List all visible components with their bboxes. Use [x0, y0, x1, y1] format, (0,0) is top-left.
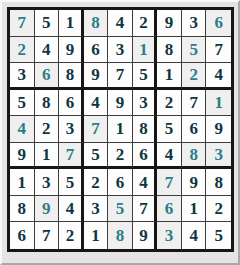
cell-r5c4[interactable]: 7: [84, 116, 109, 143]
cell-r8c7[interactable]: 6: [157, 196, 182, 223]
cell-r5c6[interactable]: 8: [133, 116, 158, 143]
cell-r1c7[interactable]: 9: [157, 10, 182, 37]
cell-r6c1[interactable]: 9: [10, 143, 35, 170]
cell-r8c4[interactable]: 3: [84, 196, 109, 223]
cell-r3c1[interactable]: 3: [10, 63, 35, 90]
cell-r9c5[interactable]: 8: [108, 222, 133, 249]
cell-r7c6[interactable]: 4: [133, 169, 158, 196]
app-window: 7518429362496318573689751245864932714237…: [0, 0, 240, 265]
cell-r2c1[interactable]: 2: [10, 37, 35, 64]
cell-r4c8[interactable]: 7: [182, 90, 207, 117]
cell-r7c5[interactable]: 6: [108, 169, 133, 196]
cell-r7c8[interactable]: 9: [182, 169, 207, 196]
cell-r3c2[interactable]: 6: [35, 63, 60, 90]
cell-r9c4[interactable]: 1: [84, 222, 109, 249]
cell-r6c3[interactable]: 7: [59, 143, 84, 170]
cell-r5c5[interactable]: 1: [108, 116, 133, 143]
cell-r9c9[interactable]: 5: [206, 222, 231, 249]
cell-r8c5[interactable]: 5: [108, 196, 133, 223]
cell-r5c7[interactable]: 5: [157, 116, 182, 143]
cell-r2c7[interactable]: 8: [157, 37, 182, 64]
cell-r8c2[interactable]: 9: [35, 196, 60, 223]
cell-r6c2[interactable]: 1: [35, 143, 60, 170]
cell-r7c2[interactable]: 3: [35, 169, 60, 196]
cell-r5c1[interactable]: 4: [10, 116, 35, 143]
cell-r4c6[interactable]: 3: [133, 90, 158, 117]
cell-r2c9[interactable]: 7: [206, 37, 231, 64]
cell-r1c4[interactable]: 8: [84, 10, 109, 37]
cell-r6c6[interactable]: 6: [133, 143, 158, 170]
cell-r3c7[interactable]: 1: [157, 63, 182, 90]
cell-r9c6[interactable]: 9: [133, 222, 158, 249]
cell-r3c3[interactable]: 8: [59, 63, 84, 90]
cell-r9c3[interactable]: 2: [59, 222, 84, 249]
cell-r5c9[interactable]: 9: [206, 116, 231, 143]
cell-r2c3[interactable]: 9: [59, 37, 84, 64]
cell-r1c8[interactable]: 3: [182, 10, 207, 37]
cell-r5c3[interactable]: 3: [59, 116, 84, 143]
cell-r6c4[interactable]: 5: [84, 143, 109, 170]
cell-r3c4[interactable]: 9: [84, 63, 109, 90]
cell-r4c3[interactable]: 6: [59, 90, 84, 117]
cell-r1c5[interactable]: 4: [108, 10, 133, 37]
cell-r8c3[interactable]: 4: [59, 196, 84, 223]
cell-r4c5[interactable]: 9: [108, 90, 133, 117]
cell-r1c2[interactable]: 5: [35, 10, 60, 37]
cell-r4c1[interactable]: 5: [10, 90, 35, 117]
cell-r2c5[interactable]: 3: [108, 37, 133, 64]
cell-r4c2[interactable]: 8: [35, 90, 60, 117]
cell-r2c8[interactable]: 5: [182, 37, 207, 64]
cell-r3c5[interactable]: 7: [108, 63, 133, 90]
cell-r7c4[interactable]: 2: [84, 169, 109, 196]
cell-r7c1[interactable]: 1: [10, 169, 35, 196]
cell-r9c1[interactable]: 6: [10, 222, 35, 249]
cell-r4c7[interactable]: 2: [157, 90, 182, 117]
cell-r9c8[interactable]: 4: [182, 222, 207, 249]
cell-r3c8[interactable]: 2: [182, 63, 207, 90]
cell-r4c4[interactable]: 4: [84, 90, 109, 117]
cell-r1c3[interactable]: 1: [59, 10, 84, 37]
cell-r9c7[interactable]: 3: [157, 222, 182, 249]
cell-r5c2[interactable]: 2: [35, 116, 60, 143]
cell-r9c2[interactable]: 7: [35, 222, 60, 249]
cell-r1c1[interactable]: 7: [10, 10, 35, 37]
cell-r7c9[interactable]: 8: [206, 169, 231, 196]
cell-r4c9[interactable]: 1: [206, 90, 231, 117]
cell-r1c9[interactable]: 6: [206, 10, 231, 37]
cell-r6c5[interactable]: 2: [108, 143, 133, 170]
cell-r5c8[interactable]: 6: [182, 116, 207, 143]
cell-r1c6[interactable]: 2: [133, 10, 158, 37]
cell-r3c6[interactable]: 5: [133, 63, 158, 90]
cell-r7c7[interactable]: 7: [157, 169, 182, 196]
cell-r6c8[interactable]: 8: [182, 143, 207, 170]
cell-r8c8[interactable]: 1: [182, 196, 207, 223]
cell-r8c9[interactable]: 2: [206, 196, 231, 223]
cell-r3c9[interactable]: 4: [206, 63, 231, 90]
cell-r2c6[interactable]: 1: [133, 37, 158, 64]
cell-r6c7[interactable]: 4: [157, 143, 182, 170]
cell-r2c4[interactable]: 6: [84, 37, 109, 64]
cell-r8c1[interactable]: 8: [10, 196, 35, 223]
cell-r6c9[interactable]: 3: [206, 143, 231, 170]
sudoku-board: 7518429362496318573689751245864932714237…: [7, 7, 234, 252]
cell-r2c2[interactable]: 4: [35, 37, 60, 64]
cell-r8c6[interactable]: 7: [133, 196, 158, 223]
cell-r7c3[interactable]: 5: [59, 169, 84, 196]
